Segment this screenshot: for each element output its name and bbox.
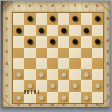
square-h5[interactable] — [92, 48, 103, 59]
square-d5[interactable] — [47, 48, 58, 59]
table-surface: ●●●●●●●●●●●●●●●●●●●●●●●● aabbccddeeffggh… — [0, 0, 112, 112]
black-man[interactable]: ● — [60, 24, 67, 36]
file-mark-bottom-c: c — [39, 103, 44, 107]
square-f5[interactable] — [69, 48, 80, 59]
square-d6[interactable]: ● — [47, 36, 58, 48]
rank-mark-left-6: 6 — [4, 39, 9, 43]
square-e5[interactable] — [58, 48, 69, 59]
square-b8[interactable]: ● — [24, 13, 35, 25]
brand-stamp — [24, 90, 39, 94]
square-h6[interactable]: ● — [92, 36, 103, 48]
rank-mark-left-4: 4 — [4, 62, 9, 66]
white-man[interactable]: ● — [38, 68, 45, 80]
square-g7[interactable]: ● — [81, 25, 92, 37]
white-man[interactable]: ● — [15, 91, 22, 103]
square-d4[interactable] — [47, 58, 58, 69]
square-f2[interactable]: ● — [69, 80, 80, 92]
square-e7[interactable]: ● — [58, 25, 69, 37]
rank-mark-left-5: 5 — [4, 50, 9, 54]
rank-mark-right-2: 2 — [105, 84, 110, 88]
rank-mark-left-1: 1 — [4, 95, 9, 99]
square-a5[interactable] — [13, 48, 24, 59]
file-mark-top-b: b — [27, 4, 32, 8]
white-man[interactable]: ● — [60, 91, 67, 103]
white-man[interactable]: ● — [94, 80, 101, 92]
square-c5[interactable] — [36, 48, 47, 59]
square-f4[interactable] — [69, 58, 80, 69]
square-e3[interactable]: ● — [58, 69, 69, 81]
white-man[interactable]: ● — [83, 91, 90, 103]
file-mark-bottom-e: e — [61, 103, 66, 107]
black-man[interactable]: ● — [26, 36, 33, 48]
file-mark-bottom-a: a — [16, 103, 21, 107]
file-mark-bottom-d: d — [50, 103, 55, 107]
file-mark-top-f: f — [72, 4, 77, 8]
square-a6[interactable] — [13, 36, 24, 48]
black-man[interactable]: ● — [94, 36, 101, 48]
square-h4[interactable] — [92, 58, 103, 69]
white-man[interactable]: ● — [71, 80, 78, 92]
rank-mark-right-1: 1 — [105, 95, 110, 99]
square-d2[interactable]: ● — [47, 80, 58, 92]
square-c3[interactable]: ● — [36, 69, 47, 81]
black-man[interactable]: ● — [38, 24, 45, 36]
square-f8[interactable]: ● — [69, 13, 80, 25]
black-man[interactable]: ● — [71, 36, 78, 48]
black-man[interactable]: ● — [15, 24, 22, 36]
square-b4[interactable] — [24, 58, 35, 69]
file-mark-top-d: d — [50, 4, 55, 8]
white-man[interactable]: ● — [83, 68, 90, 80]
square-g3[interactable]: ● — [81, 69, 92, 81]
rank-mark-left-7: 7 — [4, 28, 9, 32]
file-mark-top-h: h — [95, 4, 100, 8]
square-f6[interactable]: ● — [69, 36, 80, 48]
black-man[interactable]: ● — [49, 13, 56, 25]
black-man[interactable]: ● — [94, 13, 101, 25]
square-h2[interactable]: ● — [92, 80, 103, 92]
square-c7[interactable]: ● — [36, 25, 47, 37]
rank-mark-right-4: 4 — [105, 62, 110, 66]
board-left-edge-shadow — [1, 1, 3, 107]
file-mark-bottom-g: g — [84, 103, 89, 107]
file-mark-bottom-f: f — [72, 103, 77, 107]
square-c6[interactable] — [36, 36, 47, 48]
rank-mark-left-3: 3 — [4, 73, 9, 77]
square-a3[interactable]: ● — [13, 69, 24, 81]
black-man[interactable]: ● — [49, 36, 56, 48]
checkers-board: ●●●●●●●●●●●●●●●●●●●●●●●● aabbccddeeffggh… — [1, 1, 110, 107]
file-mark-top-a: a — [16, 4, 21, 8]
rank-mark-right-5: 5 — [105, 50, 110, 54]
rank-mark-right-6: 6 — [105, 39, 110, 43]
white-man[interactable]: ● — [49, 80, 56, 92]
square-b6[interactable]: ● — [24, 36, 35, 48]
file-mark-bottom-h: h — [95, 103, 100, 107]
black-man[interactable]: ● — [71, 13, 78, 25]
square-a7[interactable]: ● — [13, 25, 24, 37]
square-h8[interactable]: ● — [92, 13, 103, 25]
square-g5[interactable] — [81, 48, 92, 59]
square-e6[interactable] — [58, 36, 69, 48]
square-d8[interactable]: ● — [47, 13, 58, 25]
rank-mark-right-7: 7 — [105, 28, 110, 32]
rank-mark-right-8: 8 — [105, 17, 110, 21]
file-mark-top-g: g — [84, 4, 89, 8]
rank-mark-right-3: 3 — [105, 73, 110, 77]
black-man[interactable]: ● — [83, 24, 90, 36]
square-b5[interactable] — [24, 48, 35, 59]
white-man[interactable]: ● — [60, 68, 67, 80]
white-man[interactable]: ● — [15, 68, 22, 80]
black-man[interactable]: ● — [26, 13, 33, 25]
file-mark-top-c: c — [39, 4, 44, 8]
rank-mark-left-8: 8 — [4, 17, 9, 21]
square-g6[interactable] — [81, 36, 92, 48]
file-mark-top-e: e — [61, 4, 66, 8]
file-mark-bottom-b: b — [27, 103, 32, 107]
rank-mark-left-2: 2 — [4, 84, 9, 88]
